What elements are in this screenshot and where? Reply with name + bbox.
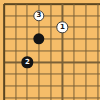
white-stone[interactable]: 3 bbox=[33, 10, 44, 21]
intersection[interactable] bbox=[68, 92, 80, 100]
grid-line-v bbox=[97, 45, 98, 57]
grid-line-v bbox=[85, 10, 86, 22]
intersection[interactable] bbox=[57, 45, 69, 57]
grid-line-v bbox=[39, 80, 40, 92]
intersection[interactable]: 1 bbox=[57, 22, 69, 34]
intersection[interactable] bbox=[0, 92, 10, 100]
grid-line-v bbox=[27, 45, 28, 57]
intersection[interactable] bbox=[45, 33, 57, 45]
grid-line-v bbox=[39, 57, 40, 69]
grid-line-v bbox=[3, 10, 5, 22]
grid-line-v bbox=[15, 33, 16, 45]
grid-line-v bbox=[85, 68, 86, 80]
black-stone[interactable] bbox=[33, 33, 44, 44]
move-number-label: 2 bbox=[25, 59, 30, 66]
intersection[interactable] bbox=[68, 45, 80, 57]
intersection[interactable] bbox=[45, 22, 57, 34]
intersection[interactable] bbox=[0, 0, 10, 10]
intersection[interactable] bbox=[80, 57, 92, 69]
grid-line-v bbox=[97, 92, 98, 100]
intersection[interactable] bbox=[45, 80, 57, 92]
intersection[interactable] bbox=[68, 68, 80, 80]
intersection[interactable] bbox=[68, 33, 80, 45]
grid-line-v bbox=[74, 33, 75, 45]
intersection[interactable] bbox=[80, 92, 92, 100]
grid-line-v bbox=[85, 92, 86, 100]
intersection[interactable] bbox=[0, 33, 10, 45]
grid-line-v bbox=[97, 68, 98, 80]
grid-line-v bbox=[3, 22, 5, 34]
intersection[interactable] bbox=[80, 80, 92, 92]
intersection[interactable] bbox=[0, 80, 10, 92]
intersection[interactable] bbox=[45, 68, 57, 80]
intersection[interactable] bbox=[10, 10, 22, 22]
grid-line-v bbox=[39, 22, 40, 34]
intersection[interactable] bbox=[22, 80, 34, 92]
intersection[interactable] bbox=[10, 80, 22, 92]
grid-line-v bbox=[27, 92, 28, 100]
grid-line-v bbox=[74, 45, 75, 57]
intersection[interactable] bbox=[0, 45, 10, 57]
go-board-diagram: 312 bbox=[0, 0, 100, 100]
intersection[interactable] bbox=[57, 92, 69, 100]
intersection[interactable] bbox=[57, 68, 69, 80]
intersection[interactable] bbox=[45, 45, 57, 57]
intersection[interactable] bbox=[92, 0, 100, 10]
grid-line-v bbox=[3, 92, 5, 100]
intersection[interactable] bbox=[22, 68, 34, 80]
intersection[interactable] bbox=[10, 57, 22, 69]
intersection[interactable] bbox=[80, 0, 92, 10]
grid-line-v bbox=[39, 45, 40, 57]
grid-line-v bbox=[50, 80, 51, 92]
grid-line-v bbox=[3, 57, 5, 69]
grid-line-h bbox=[92, 74, 100, 75]
intersection[interactable] bbox=[80, 22, 92, 34]
grid-line-v bbox=[27, 33, 28, 45]
intersection[interactable] bbox=[33, 68, 45, 80]
intersection[interactable] bbox=[10, 33, 22, 45]
grid-line-v bbox=[15, 80, 16, 92]
intersection[interactable] bbox=[57, 57, 69, 69]
grid-line-v bbox=[97, 80, 98, 92]
grid-line-h bbox=[92, 27, 100, 28]
intersection[interactable] bbox=[10, 92, 22, 100]
intersection[interactable] bbox=[92, 68, 100, 80]
intersection[interactable] bbox=[92, 57, 100, 69]
intersection[interactable] bbox=[57, 0, 69, 10]
grid-line-v bbox=[85, 22, 86, 34]
intersection[interactable] bbox=[80, 45, 92, 57]
grid-line-v bbox=[50, 92, 51, 100]
grid-line-v bbox=[15, 10, 16, 22]
grid-line-v bbox=[50, 57, 51, 69]
intersection[interactable] bbox=[10, 22, 22, 34]
grid-line-v bbox=[74, 22, 75, 34]
grid-line-v bbox=[27, 10, 28, 22]
grid-line-v bbox=[27, 68, 28, 80]
grid-line-v bbox=[74, 10, 75, 22]
intersection[interactable] bbox=[92, 45, 100, 57]
intersection[interactable] bbox=[22, 10, 34, 22]
intersection[interactable]: 2 bbox=[22, 57, 34, 69]
grid-line-v bbox=[50, 22, 51, 34]
intersection[interactable] bbox=[57, 10, 69, 22]
move-number-label: 1 bbox=[60, 24, 65, 31]
grid-line-v bbox=[15, 68, 16, 80]
grid-line-v bbox=[97, 57, 98, 69]
intersection[interactable] bbox=[68, 22, 80, 34]
intersection[interactable] bbox=[33, 0, 45, 10]
intersection[interactable] bbox=[68, 80, 80, 92]
grid-line-v bbox=[85, 57, 86, 69]
grid-line-v bbox=[3, 80, 5, 92]
intersection[interactable] bbox=[92, 80, 100, 92]
move-number-label: 3 bbox=[37, 12, 42, 19]
intersection[interactable] bbox=[80, 68, 92, 80]
intersection[interactable] bbox=[0, 68, 10, 80]
intersection[interactable] bbox=[22, 45, 34, 57]
grid-line-v bbox=[97, 22, 98, 34]
intersection[interactable] bbox=[22, 33, 34, 45]
grid-line-v bbox=[62, 92, 63, 100]
grid-line-v bbox=[62, 45, 63, 57]
grid-line-v bbox=[62, 10, 63, 22]
grid-line-v bbox=[62, 33, 63, 45]
intersection[interactable] bbox=[0, 57, 10, 69]
intersection[interactable] bbox=[68, 57, 80, 69]
grid-line-h bbox=[92, 85, 100, 86]
grid-line-v bbox=[15, 57, 16, 69]
intersection[interactable] bbox=[68, 0, 80, 10]
intersection[interactable] bbox=[22, 0, 34, 10]
grid-line-v bbox=[74, 80, 75, 92]
intersection[interactable] bbox=[33, 92, 45, 100]
grid-line-v bbox=[3, 68, 5, 80]
grid-line-h bbox=[92, 97, 100, 98]
intersection[interactable] bbox=[68, 10, 80, 22]
intersection[interactable] bbox=[45, 0, 57, 10]
grid-line-v bbox=[85, 80, 86, 92]
intersection[interactable] bbox=[10, 68, 22, 80]
intersection[interactable] bbox=[0, 22, 10, 34]
grid-line-h bbox=[92, 3, 100, 5]
intersection[interactable] bbox=[33, 57, 45, 69]
grid-line-h bbox=[92, 62, 100, 63]
black-stone[interactable]: 2 bbox=[22, 57, 33, 68]
grid-line-h bbox=[92, 39, 100, 40]
intersection[interactable] bbox=[10, 0, 22, 10]
grid-line-v bbox=[85, 45, 86, 57]
grid-line-v bbox=[74, 68, 75, 80]
grid-line-h bbox=[92, 15, 100, 16]
intersection[interactable] bbox=[92, 10, 100, 22]
intersection[interactable] bbox=[0, 10, 10, 22]
grid-line-v bbox=[50, 33, 51, 45]
grid-line-v bbox=[97, 33, 98, 45]
grid-line-v bbox=[15, 22, 16, 34]
intersection[interactable] bbox=[92, 33, 100, 45]
intersection[interactable] bbox=[45, 10, 57, 22]
intersection[interactable] bbox=[57, 80, 69, 92]
grid-line-v bbox=[50, 68, 51, 80]
grid-line-v bbox=[85, 33, 86, 45]
grid-line-v bbox=[15, 45, 16, 57]
grid-line-v bbox=[27, 22, 28, 34]
intersection[interactable] bbox=[22, 22, 34, 34]
grid-line-v bbox=[15, 92, 16, 100]
grid-line-v bbox=[62, 68, 63, 80]
grid-line-h bbox=[92, 50, 100, 51]
intersection[interactable] bbox=[22, 92, 34, 100]
intersection[interactable] bbox=[45, 57, 57, 69]
intersection[interactable] bbox=[33, 22, 45, 34]
grid-line-v bbox=[3, 45, 5, 57]
grid-line-v bbox=[62, 57, 63, 69]
intersection[interactable] bbox=[33, 45, 45, 57]
intersection[interactable] bbox=[80, 33, 92, 45]
intersection[interactable] bbox=[45, 92, 57, 100]
go-board: 312 bbox=[0, 0, 100, 100]
white-stone[interactable]: 1 bbox=[57, 22, 68, 33]
intersection[interactable] bbox=[80, 10, 92, 22]
grid-line-v bbox=[74, 57, 75, 69]
grid-line-v bbox=[3, 33, 5, 45]
grid-line-v bbox=[50, 10, 51, 22]
grid-line-v bbox=[97, 10, 98, 22]
grid-line-v bbox=[50, 45, 51, 57]
intersection[interactable] bbox=[33, 80, 45, 92]
grid-line-v bbox=[39, 92, 40, 100]
grid-line-v bbox=[62, 80, 63, 92]
grid-line-v bbox=[39, 68, 40, 80]
intersection[interactable]: 3 bbox=[33, 10, 45, 22]
grid-line-v bbox=[27, 80, 28, 92]
grid-line-v bbox=[74, 92, 75, 100]
intersection[interactable] bbox=[57, 33, 69, 45]
intersection[interactable] bbox=[10, 45, 22, 57]
intersection[interactable] bbox=[92, 92, 100, 100]
intersection[interactable] bbox=[33, 33, 45, 45]
intersection[interactable] bbox=[92, 22, 100, 34]
